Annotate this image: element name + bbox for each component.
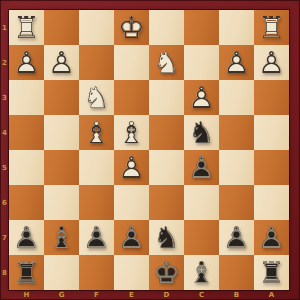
square-g7[interactable]: ♝♗ (44, 220, 79, 255)
piece-black-pawn[interactable]: ♟♙ (9, 220, 44, 255)
file-label-h: H (9, 289, 44, 300)
white-king-glyph-outline: ♔ (114, 10, 149, 45)
file-label-d: D (149, 289, 184, 300)
square-e1[interactable]: ♚♔ (114, 10, 149, 45)
square-f3[interactable]: ♞♘ (79, 80, 114, 115)
square-h6[interactable] (9, 185, 44, 220)
piece-black-pawn[interactable]: ♟♙ (79, 220, 114, 255)
square-e5[interactable]: ♟♙ (114, 150, 149, 185)
chess-diagram: ♜♖♚♔♜♖♟♙♟♙♞♘♟♙♟♙♞♘♟♙♝♗♝♗♞♘♟♙♟♙♟♙♝♗♟♙♟♙♞♘… (0, 0, 300, 300)
piece-white-pawn[interactable]: ♟♙ (44, 45, 79, 80)
square-e3[interactable] (114, 80, 149, 115)
piece-white-pawn[interactable]: ♟♙ (114, 150, 149, 185)
square-h3[interactable] (9, 80, 44, 115)
square-g8[interactable] (44, 255, 79, 290)
file-label-c: C (184, 289, 219, 300)
rank-label-8: 8 (0, 255, 9, 290)
square-h1[interactable]: ♜♖ (9, 10, 44, 45)
black-pawn-glyph-outline: ♙ (219, 220, 254, 255)
square-d1[interactable] (149, 10, 184, 45)
white-rook-glyph-outline: ♖ (9, 10, 44, 45)
black-pawn-glyph-outline: ♙ (79, 220, 114, 255)
rank-label-2: 2 (0, 45, 9, 80)
piece-black-king[interactable]: ♚♔ (149, 255, 184, 290)
black-rook-glyph-outline: ♖ (9, 255, 44, 290)
square-b3[interactable] (219, 80, 254, 115)
file-label-f: F (79, 289, 114, 300)
square-g6[interactable] (44, 185, 79, 220)
square-c4[interactable]: ♞♘ (184, 115, 219, 150)
piece-black-pawn[interactable]: ♟♙ (184, 150, 219, 185)
square-c6[interactable] (184, 185, 219, 220)
rank-label-1: 1 (0, 10, 9, 45)
white-pawn-glyph-outline: ♙ (44, 45, 79, 80)
piece-black-pawn[interactable]: ♟♙ (254, 220, 289, 255)
file-label-a: A (254, 289, 289, 300)
rank-label-7: 7 (0, 220, 9, 255)
square-c7[interactable] (184, 220, 219, 255)
file-labels: HGFEDCBA (9, 289, 289, 300)
square-d3[interactable] (149, 80, 184, 115)
square-c2[interactable] (184, 45, 219, 80)
square-f6[interactable] (79, 185, 114, 220)
square-a4[interactable] (254, 115, 289, 150)
chess-board: ♜♖♚♔♜♖♟♙♟♙♞♘♟♙♟♙♞♘♟♙♝♗♝♗♞♘♟♙♟♙♟♙♝♗♟♙♟♙♞♘… (9, 10, 289, 290)
black-bishop-glyph-outline: ♗ (44, 220, 79, 255)
rank-label-6: 6 (0, 185, 9, 220)
piece-black-knight[interactable]: ♞♘ (149, 220, 184, 255)
square-b2[interactable]: ♟♙ (219, 45, 254, 80)
square-d7[interactable]: ♞♘ (149, 220, 184, 255)
square-e7[interactable]: ♟♙ (114, 220, 149, 255)
square-g5[interactable] (44, 150, 79, 185)
square-a3[interactable] (254, 80, 289, 115)
square-e2[interactable] (114, 45, 149, 80)
white-rook-glyph-outline: ♖ (254, 10, 289, 45)
piece-white-pawn[interactable]: ♟♙ (219, 45, 254, 80)
rank-label-3: 3 (0, 80, 9, 115)
white-pawn-glyph-outline: ♙ (9, 45, 44, 80)
piece-black-bishop[interactable]: ♝♗ (184, 255, 219, 290)
square-c5[interactable]: ♟♙ (184, 150, 219, 185)
piece-black-rook[interactable]: ♜♖ (9, 255, 44, 290)
piece-white-knight[interactable]: ♞♘ (149, 45, 184, 80)
piece-white-king[interactable]: ♚♔ (114, 10, 149, 45)
piece-white-rook[interactable]: ♜♖ (254, 10, 289, 45)
piece-white-bishop[interactable]: ♝♗ (114, 115, 149, 150)
square-a6[interactable] (254, 185, 289, 220)
black-bishop-glyph-outline: ♗ (184, 255, 219, 290)
piece-white-bishop[interactable]: ♝♗ (79, 115, 114, 150)
white-knight-glyph-outline: ♘ (149, 45, 184, 80)
square-g3[interactable] (44, 80, 79, 115)
square-h2[interactable]: ♟♙ (9, 45, 44, 80)
piece-black-pawn[interactable]: ♟♙ (114, 220, 149, 255)
file-label-e: E (114, 289, 149, 300)
square-c1[interactable] (184, 10, 219, 45)
black-pawn-glyph-outline: ♙ (254, 220, 289, 255)
square-a1[interactable]: ♜♖ (254, 10, 289, 45)
square-e6[interactable] (114, 185, 149, 220)
square-e4[interactable]: ♝♗ (114, 115, 149, 150)
square-a2[interactable]: ♟♙ (254, 45, 289, 80)
piece-black-bishop[interactable]: ♝♗ (44, 220, 79, 255)
rank-labels: 12345678 (0, 10, 9, 290)
square-f5[interactable] (79, 150, 114, 185)
black-knight-glyph-outline: ♘ (149, 220, 184, 255)
square-h7[interactable]: ♟♙ (9, 220, 44, 255)
black-pawn-glyph-outline: ♙ (114, 220, 149, 255)
rank-label-5: 5 (0, 150, 9, 185)
square-h4[interactable] (9, 115, 44, 150)
square-h8[interactable]: ♜♖ (9, 255, 44, 290)
black-rook-glyph-outline: ♖ (254, 255, 289, 290)
square-b6[interactable] (219, 185, 254, 220)
black-king-glyph-outline: ♔ (149, 255, 184, 290)
square-c3[interactable]: ♟♙ (184, 80, 219, 115)
square-d8[interactable]: ♚♔ (149, 255, 184, 290)
rank-label-4: 4 (0, 115, 9, 150)
square-g2[interactable]: ♟♙ (44, 45, 79, 80)
square-e8[interactable] (114, 255, 149, 290)
black-knight-glyph-outline: ♘ (184, 115, 219, 150)
square-d2[interactable]: ♞♘ (149, 45, 184, 80)
square-b8[interactable] (219, 255, 254, 290)
black-pawn-glyph-outline: ♙ (9, 220, 44, 255)
square-a5[interactable] (254, 150, 289, 185)
square-b4[interactable] (219, 115, 254, 150)
square-f1[interactable] (79, 10, 114, 45)
square-f4[interactable]: ♝♗ (79, 115, 114, 150)
white-pawn-glyph-outline: ♙ (114, 150, 149, 185)
white-knight-glyph-outline: ♘ (79, 80, 114, 115)
square-d6[interactable] (149, 185, 184, 220)
square-f8[interactable] (79, 255, 114, 290)
square-f2[interactable] (79, 45, 114, 80)
white-pawn-glyph-outline: ♙ (219, 45, 254, 80)
piece-black-pawn[interactable]: ♟♙ (219, 220, 254, 255)
piece-black-rook[interactable]: ♜♖ (254, 255, 289, 290)
piece-white-knight[interactable]: ♞♘ (79, 80, 114, 115)
piece-white-pawn[interactable]: ♟♙ (254, 45, 289, 80)
square-b7[interactable]: ♟♙ (219, 220, 254, 255)
white-pawn-glyph-outline: ♙ (254, 45, 289, 80)
piece-black-knight[interactable]: ♞♘ (184, 115, 219, 150)
square-a8[interactable]: ♜♖ (254, 255, 289, 290)
square-g1[interactable] (44, 10, 79, 45)
white-bishop-glyph-outline: ♗ (79, 115, 114, 150)
square-a7[interactable]: ♟♙ (254, 220, 289, 255)
file-label-b: B (219, 289, 254, 300)
square-h5[interactable] (9, 150, 44, 185)
piece-white-pawn[interactable]: ♟♙ (9, 45, 44, 80)
square-f7[interactable]: ♟♙ (79, 220, 114, 255)
piece-white-rook[interactable]: ♜♖ (9, 10, 44, 45)
square-d4[interactable] (149, 115, 184, 150)
square-g4[interactable] (44, 115, 79, 150)
file-label-g: G (44, 289, 79, 300)
white-pawn-glyph-outline: ♙ (184, 80, 219, 115)
white-bishop-glyph-outline: ♗ (114, 115, 149, 150)
black-pawn-glyph-outline: ♙ (184, 150, 219, 185)
square-b1[interactable] (219, 10, 254, 45)
piece-white-pawn[interactable]: ♟♙ (184, 80, 219, 115)
square-b5[interactable] (219, 150, 254, 185)
square-d5[interactable] (149, 150, 184, 185)
square-c8[interactable]: ♝♗ (184, 255, 219, 290)
